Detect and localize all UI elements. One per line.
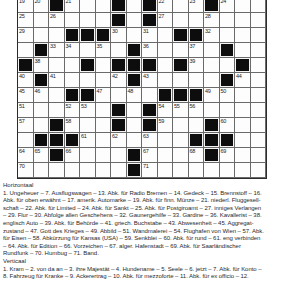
white-cell[interactable]: 61 bbox=[80, 133, 96, 148]
black-cell bbox=[158, 88, 174, 103]
white-cell[interactable]: 53 bbox=[80, 103, 96, 118]
clue-number: 47 bbox=[97, 88, 103, 94]
clue-number: 58 bbox=[66, 118, 72, 124]
white-cell[interactable] bbox=[235, 0, 251, 13]
crossword-grid: 1920212223242526272829303132333435363738… bbox=[17, 0, 267, 179]
black-cell bbox=[111, 118, 127, 133]
white-cell[interactable] bbox=[158, 148, 174, 163]
black-cell bbox=[34, 73, 50, 88]
white-cell[interactable]: 57 bbox=[18, 118, 34, 133]
clue-number: 28 bbox=[205, 13, 211, 19]
black-cell bbox=[49, 118, 65, 133]
white-cell[interactable] bbox=[80, 118, 96, 133]
black-cell bbox=[204, 148, 220, 163]
white-cell[interactable] bbox=[189, 118, 205, 133]
clue-line: 1. Ungeheuer – 7. Ausflugswagen – 13. Ab… bbox=[3, 190, 283, 198]
white-cell[interactable]: 23 bbox=[189, 0, 205, 13]
clue-number: 61 bbox=[81, 133, 87, 139]
clue-number: 64 bbox=[19, 148, 25, 154]
white-cell[interactable] bbox=[251, 88, 267, 103]
white-cell[interactable]: 36 bbox=[142, 43, 158, 58]
white-cell[interactable] bbox=[34, 103, 50, 118]
clue-line: englisch Auto – 39. Abk. für Behörde – 4… bbox=[3, 220, 283, 228]
clue-number: 54 bbox=[159, 103, 165, 109]
black-cell bbox=[49, 148, 65, 163]
white-cell[interactable]: 20 bbox=[34, 0, 50, 13]
black-cell bbox=[127, 73, 143, 88]
black-cell bbox=[142, 103, 158, 118]
clue-number: 19 bbox=[19, 0, 25, 4]
white-cell[interactable] bbox=[235, 133, 251, 148]
clue-line: Rundfunk – 70. Humbug – 71. Band. bbox=[3, 250, 283, 258]
clue-number: 65 bbox=[35, 148, 41, 154]
white-cell[interactable] bbox=[251, 0, 267, 13]
white-cell[interactable] bbox=[96, 163, 112, 178]
clues-panel: Horizontaal 1. Ungeheuer – 7. Ausflugswa… bbox=[3, 182, 283, 281]
white-cell[interactable]: 43 bbox=[142, 73, 158, 88]
black-cell bbox=[189, 28, 205, 43]
black-cell bbox=[18, 58, 34, 73]
black-cell bbox=[111, 58, 127, 73]
black-cell bbox=[220, 73, 236, 88]
white-cell[interactable]: 29 bbox=[18, 28, 34, 43]
white-cell[interactable]: 54 bbox=[158, 103, 174, 118]
white-cell[interactable] bbox=[220, 28, 236, 43]
black-cell bbox=[204, 133, 220, 148]
white-cell[interactable] bbox=[65, 13, 81, 28]
white-cell[interactable] bbox=[220, 58, 236, 73]
black-cell bbox=[142, 58, 158, 73]
clue-line: 8. Fahrzeug für Kranke – 9. Ackerertrag … bbox=[3, 273, 283, 281]
white-cell[interactable] bbox=[173, 118, 189, 133]
white-cell[interactable] bbox=[65, 163, 81, 178]
white-cell[interactable] bbox=[111, 163, 127, 178]
white-cell[interactable]: 62 bbox=[111, 133, 127, 148]
white-cell[interactable] bbox=[220, 103, 236, 118]
black-cell bbox=[34, 43, 50, 58]
white-cell[interactable] bbox=[235, 13, 251, 28]
black-cell bbox=[173, 28, 189, 43]
white-cell[interactable]: 71 bbox=[142, 163, 158, 178]
white-cell[interactable] bbox=[235, 43, 251, 58]
white-cell[interactable]: 63 bbox=[142, 133, 158, 148]
white-cell[interactable]: 59 bbox=[158, 118, 174, 133]
clue-number: 24 bbox=[221, 0, 227, 4]
white-cell[interactable] bbox=[18, 133, 34, 148]
clue-number: 57 bbox=[19, 118, 25, 124]
black-cell bbox=[189, 133, 205, 148]
white-cell[interactable] bbox=[127, 13, 143, 28]
black-cell bbox=[189, 88, 205, 103]
white-cell[interactable]: 30 bbox=[111, 28, 127, 43]
white-cell[interactable]: 65 bbox=[34, 148, 50, 163]
clue-number: 70 bbox=[19, 163, 25, 169]
clue-number: 41 bbox=[50, 73, 56, 79]
white-cell[interactable] bbox=[127, 103, 143, 118]
clue-number: 38 bbox=[35, 58, 41, 64]
white-cell[interactable]: 33 bbox=[49, 43, 65, 58]
white-cell[interactable] bbox=[49, 58, 65, 73]
white-cell[interactable]: 27 bbox=[158, 13, 174, 28]
clue-line: Abk. für oben erwähnt – 17. amerik. Auto… bbox=[3, 197, 283, 205]
black-cell bbox=[204, 118, 220, 133]
white-cell[interactable] bbox=[80, 0, 96, 13]
white-cell[interactable] bbox=[235, 118, 251, 133]
clue-number: 51 bbox=[19, 103, 25, 109]
white-cell[interactable] bbox=[204, 163, 220, 178]
black-cell bbox=[142, 118, 158, 133]
white-cell[interactable] bbox=[251, 13, 267, 28]
white-cell[interactable] bbox=[173, 13, 189, 28]
clue-number: 29 bbox=[19, 28, 25, 34]
white-cell[interactable]: 31 bbox=[142, 28, 158, 43]
white-cell[interactable]: 41 bbox=[49, 73, 65, 88]
white-cell[interactable] bbox=[235, 28, 251, 43]
black-cell bbox=[111, 103, 127, 118]
white-cell[interactable] bbox=[49, 163, 65, 178]
clue-line: zustand – 47. Gott des Krieges – 49. Abb… bbox=[3, 228, 283, 236]
white-cell[interactable] bbox=[251, 118, 267, 133]
clue-number: 55 bbox=[174, 103, 180, 109]
clue-number: 46 bbox=[35, 88, 41, 94]
white-cell[interactable]: 68 bbox=[189, 148, 205, 163]
clue-number: 53 bbox=[81, 103, 87, 109]
clue-number: 39 bbox=[190, 58, 196, 64]
clue-number: 40 bbox=[19, 73, 25, 79]
white-cell[interactable] bbox=[127, 28, 143, 43]
white-cell[interactable] bbox=[204, 73, 220, 88]
white-cell[interactable] bbox=[111, 88, 127, 103]
white-cell[interactable]: 35 bbox=[96, 43, 112, 58]
white-cell[interactable]: 26 bbox=[49, 13, 65, 28]
white-cell[interactable]: 22 bbox=[158, 0, 174, 13]
black-cell bbox=[96, 28, 112, 43]
black-cell bbox=[49, 133, 65, 148]
clue-number: 21 bbox=[66, 0, 72, 4]
white-cell[interactable]: 51 bbox=[18, 103, 34, 118]
white-cell[interactable] bbox=[96, 58, 112, 73]
white-cell[interactable] bbox=[96, 73, 112, 88]
white-cell[interactable] bbox=[80, 43, 96, 58]
black-cell bbox=[111, 0, 127, 13]
black-cell bbox=[65, 88, 81, 103]
black-cell bbox=[80, 28, 96, 43]
clue-number: 60 bbox=[221, 118, 227, 124]
black-cell bbox=[220, 43, 236, 58]
white-cell[interactable] bbox=[158, 58, 174, 73]
clue-line: – 29. Flur – 30. Abfolge allen Geschehen… bbox=[3, 212, 283, 220]
white-cell[interactable] bbox=[80, 73, 96, 88]
white-cell[interactable]: 48 bbox=[127, 88, 143, 103]
white-cell[interactable]: 70 bbox=[18, 163, 34, 178]
white-cell[interactable]: 40 bbox=[18, 73, 34, 88]
white-cell[interactable] bbox=[251, 133, 267, 148]
white-cell[interactable] bbox=[251, 28, 267, 43]
clue-number: 34 bbox=[66, 43, 72, 49]
clue-number: 22 bbox=[159, 0, 165, 4]
white-cell[interactable] bbox=[34, 13, 50, 28]
horizontal-clues: 1. Ungeheuer – 7. Ausflugswagen – 13. Ab… bbox=[3, 190, 283, 258]
white-cell[interactable] bbox=[189, 13, 205, 28]
clue-number: 33 bbox=[50, 43, 56, 49]
vertical-heading: Verticaal bbox=[3, 258, 283, 266]
white-cell[interactable]: 58 bbox=[65, 118, 81, 133]
white-cell[interactable] bbox=[96, 13, 112, 28]
white-cell[interactable] bbox=[251, 148, 267, 163]
clue-number: 67 bbox=[143, 148, 149, 154]
black-cell bbox=[127, 58, 143, 73]
white-cell[interactable]: 52 bbox=[65, 103, 81, 118]
white-cell[interactable] bbox=[220, 163, 236, 178]
clue-number: 43 bbox=[143, 73, 149, 79]
clue-number: 52 bbox=[66, 103, 72, 109]
clue-number: 49 bbox=[205, 88, 211, 94]
white-cell[interactable] bbox=[251, 73, 267, 88]
white-cell[interactable] bbox=[251, 43, 267, 58]
clue-number: 50 bbox=[221, 88, 227, 94]
white-cell[interactable]: 38 bbox=[34, 58, 50, 73]
black-cell bbox=[65, 28, 81, 43]
clue-number: 27 bbox=[159, 13, 165, 19]
white-cell[interactable] bbox=[189, 163, 205, 178]
clue-number: 36 bbox=[143, 43, 149, 49]
white-cell[interactable]: 34 bbox=[65, 43, 81, 58]
black-cell bbox=[127, 148, 143, 163]
white-cell[interactable] bbox=[96, 0, 112, 13]
white-cell[interactable] bbox=[80, 148, 96, 163]
black-cell bbox=[173, 58, 189, 73]
clue-number: 56 bbox=[190, 103, 196, 109]
white-cell[interactable] bbox=[173, 163, 189, 178]
white-cell[interactable] bbox=[96, 148, 112, 163]
white-cell[interactable] bbox=[65, 73, 81, 88]
white-cell[interactable]: 60 bbox=[220, 118, 236, 133]
white-cell[interactable] bbox=[80, 13, 96, 28]
clue-number: 63 bbox=[143, 133, 149, 139]
white-cell[interactable] bbox=[189, 73, 205, 88]
white-cell[interactable] bbox=[235, 103, 251, 118]
white-cell[interactable]: 55 bbox=[173, 103, 189, 118]
white-cell[interactable]: 32 bbox=[204, 28, 220, 43]
clue-number: 69 bbox=[221, 148, 227, 154]
clue-number: 31 bbox=[143, 28, 149, 34]
clue-number: 30 bbox=[112, 28, 118, 34]
white-cell[interactable]: 24 bbox=[220, 0, 236, 13]
white-cell[interactable] bbox=[235, 163, 251, 178]
clue-number: 32 bbox=[205, 28, 211, 34]
white-cell[interactable] bbox=[127, 0, 143, 13]
white-cell[interactable]: 21 bbox=[65, 0, 81, 13]
white-cell[interactable] bbox=[127, 133, 143, 148]
white-cell[interactable] bbox=[158, 28, 174, 43]
white-cell[interactable] bbox=[204, 43, 220, 58]
white-cell[interactable] bbox=[34, 163, 50, 178]
black-cell bbox=[80, 58, 96, 73]
white-cell[interactable]: 66 bbox=[65, 148, 81, 163]
clue-number: 48 bbox=[128, 88, 134, 94]
white-cell[interactable]: 67 bbox=[142, 148, 158, 163]
clue-number: 66 bbox=[66, 148, 72, 154]
clue-number: 71 bbox=[143, 163, 149, 169]
white-cell[interactable] bbox=[158, 133, 174, 148]
black-cell bbox=[127, 43, 143, 58]
white-cell[interactable]: 49 bbox=[204, 88, 220, 103]
white-cell[interactable]: 46 bbox=[34, 88, 50, 103]
clue-number: 26 bbox=[50, 13, 56, 19]
clue-number: 42 bbox=[112, 73, 118, 79]
clue-number: 59 bbox=[159, 118, 165, 124]
black-cell bbox=[220, 133, 236, 148]
clue-number: 44 bbox=[236, 73, 242, 79]
black-cell bbox=[173, 88, 189, 103]
white-cell[interactable]: 45 bbox=[18, 88, 34, 103]
clue-number: 68 bbox=[190, 148, 196, 154]
white-cell[interactable] bbox=[34, 28, 50, 43]
white-cell[interactable] bbox=[173, 148, 189, 163]
black-cell bbox=[204, 0, 220, 13]
clue-number: 23 bbox=[190, 0, 196, 4]
white-cell[interactable] bbox=[142, 88, 158, 103]
white-cell[interactable] bbox=[96, 103, 112, 118]
white-cell[interactable]: 25 bbox=[18, 13, 34, 28]
white-cell[interactable]: 44 bbox=[235, 73, 251, 88]
clue-line: – 64. Abk. für Edition – 66. Vorzeichen … bbox=[3, 243, 283, 251]
vertical-clues: 1. Kram – 2. von da an – 3. ihre Majestä… bbox=[3, 266, 283, 281]
clue-number: 35 bbox=[97, 43, 103, 49]
white-cell[interactable] bbox=[173, 0, 189, 13]
white-cell[interactable] bbox=[204, 58, 220, 73]
white-cell[interactable] bbox=[96, 133, 112, 148]
black-cell bbox=[49, 0, 65, 13]
white-cell[interactable] bbox=[34, 118, 50, 133]
white-cell[interactable] bbox=[49, 103, 65, 118]
white-cell[interactable] bbox=[173, 73, 189, 88]
horizontal-heading: Horizontaal bbox=[3, 182, 283, 190]
white-cell[interactable]: 47 bbox=[96, 88, 112, 103]
clue-number: 25 bbox=[19, 13, 25, 19]
white-cell[interactable] bbox=[158, 43, 174, 58]
clue-number: 20 bbox=[35, 0, 41, 4]
clue-line: schaft – 22. Abk. für Limited – 24. Abk.… bbox=[3, 205, 283, 213]
white-cell[interactable] bbox=[235, 88, 251, 103]
white-cell[interactable]: 69 bbox=[220, 148, 236, 163]
clue-line: 1. Kram – 2. von da an – 3. ihre Majestä… bbox=[3, 266, 283, 274]
black-cell bbox=[111, 13, 127, 28]
black-cell bbox=[235, 58, 251, 73]
white-cell[interactable] bbox=[158, 73, 174, 88]
clue-number: 62 bbox=[112, 133, 118, 139]
white-cell[interactable]: 56 bbox=[189, 103, 205, 118]
white-cell[interactable] bbox=[173, 43, 189, 58]
white-cell[interactable]: 64 bbox=[18, 148, 34, 163]
clue-line: für Eisen – 58. Abkürzung für Kansas (US… bbox=[3, 235, 283, 243]
white-cell[interactable] bbox=[173, 133, 189, 148]
white-cell[interactable] bbox=[158, 163, 174, 178]
white-cell[interactable] bbox=[111, 43, 127, 58]
white-cell[interactable] bbox=[49, 28, 65, 43]
black-cell bbox=[142, 13, 158, 28]
white-cell[interactable] bbox=[235, 148, 251, 163]
white-cell[interactable]: 37 bbox=[189, 43, 205, 58]
white-cell[interactable] bbox=[111, 148, 127, 163]
black-cell bbox=[80, 88, 96, 103]
white-cell[interactable] bbox=[251, 103, 267, 118]
white-cell[interactable] bbox=[49, 88, 65, 103]
white-cell[interactable] bbox=[127, 118, 143, 133]
black-cell bbox=[127, 163, 143, 178]
white-cell[interactable] bbox=[18, 43, 34, 58]
white-cell[interactable] bbox=[251, 58, 267, 73]
white-cell[interactable] bbox=[204, 103, 220, 118]
white-cell[interactable]: 28 bbox=[204, 13, 220, 28]
white-cell[interactable] bbox=[80, 163, 96, 178]
black-cell bbox=[142, 0, 158, 13]
black-cell bbox=[65, 133, 81, 148]
white-cell[interactable]: 50 bbox=[220, 88, 236, 103]
white-cell[interactable]: 42 bbox=[111, 73, 127, 88]
white-cell[interactable]: 19 bbox=[18, 0, 34, 13]
white-cell[interactable] bbox=[96, 118, 112, 133]
white-cell[interactable] bbox=[65, 58, 81, 73]
black-cell bbox=[34, 133, 50, 148]
white-cell[interactable]: 39 bbox=[189, 58, 205, 73]
clue-number: 37 bbox=[190, 43, 196, 49]
white-cell[interactable] bbox=[220, 13, 236, 28]
clue-number: 45 bbox=[19, 88, 25, 94]
white-cell[interactable] bbox=[251, 163, 267, 178]
